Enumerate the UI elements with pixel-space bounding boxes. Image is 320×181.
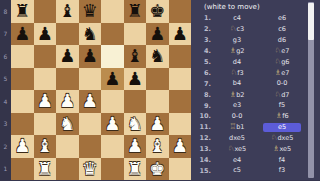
square-g7[interactable]: ♟ <box>146 23 169 46</box>
move-number: 3. <box>193 36 211 44</box>
square-g6[interactable]: ♞ <box>146 45 169 68</box>
rank-label: 6 <box>0 45 11 68</box>
black-pawn: ♟ <box>104 68 120 91</box>
square-c7[interactable] <box>56 23 79 46</box>
white-rook: ♜ <box>127 158 143 181</box>
square-b7[interactable]: ♟ <box>34 23 57 46</box>
figurine-icon: ♗ <box>273 144 280 153</box>
rank-labels: 87654321 <box>0 0 11 180</box>
square-b4[interactable]: ♟ <box>34 90 57 113</box>
figurine-icon: ♘ <box>275 90 282 99</box>
square-h1[interactable] <box>169 158 192 181</box>
black-pawn: ♟ <box>172 23 188 46</box>
white-move[interactable]: c5 <box>218 166 256 175</box>
square-c4[interactable]: ♟ <box>56 90 79 113</box>
black-move[interactable]: ♘dxe5 <box>263 133 301 143</box>
square-b6[interactable] <box>34 45 57 68</box>
square-a3[interactable] <box>11 113 34 136</box>
white-bishop: ♝ <box>149 135 165 158</box>
figurine-icon: ♘ <box>230 24 237 33</box>
black-move[interactable]: f3 <box>263 166 301 175</box>
square-b8[interactable] <box>34 0 57 23</box>
scrollbar-thumb[interactable] <box>308 3 314 40</box>
figurine-icon: ♘ <box>271 133 278 142</box>
square-d5[interactable] <box>79 68 102 91</box>
square-h3[interactable] <box>169 113 192 136</box>
square-e2[interactable] <box>101 135 124 158</box>
white-move[interactable]: ♘xe5 <box>218 144 256 154</box>
square-c1[interactable] <box>56 158 79 181</box>
square-d7[interactable]: ♞ <box>79 23 102 46</box>
move-number: 8. <box>193 91 211 99</box>
square-c2[interactable] <box>56 135 79 158</box>
move-row: 12.dxe5♘dxe5 <box>193 133 320 144</box>
square-h7[interactable]: ♟ <box>169 23 192 46</box>
white-move[interactable]: c4 <box>218 14 256 23</box>
black-move[interactable]: ♗xe5 <box>263 144 301 154</box>
square-e4[interactable] <box>101 90 124 113</box>
black-move[interactable]: ♘g6 <box>263 57 301 67</box>
black-move[interactable]: c6 <box>263 25 301 34</box>
square-d3[interactable] <box>79 113 102 136</box>
white-pawn: ♟ <box>104 113 120 136</box>
black-move[interactable]: ♗e7 <box>263 68 301 78</box>
move-number: 10. <box>193 112 211 120</box>
white-move[interactable]: e3 <box>218 101 256 110</box>
black-move[interactable]: ♘d7 <box>263 90 301 100</box>
black-pawn: ♟ <box>149 23 165 46</box>
white-pawn: ♟ <box>82 90 98 113</box>
black-move[interactable]: f4 <box>263 156 301 165</box>
move-number: 4. <box>193 47 211 55</box>
square-f2[interactable]: ♟ <box>124 135 147 158</box>
move-number: 9. <box>193 102 211 110</box>
figurine-icon: ♘ <box>228 144 235 153</box>
white-pawn: ♟ <box>14 135 30 158</box>
rank-label: 1 <box>0 158 11 181</box>
move-number: 12. <box>193 134 211 142</box>
figurine-icon: ♗ <box>275 68 282 77</box>
black-knight: ♞ <box>149 45 165 68</box>
black-pawn: ♟ <box>59 45 75 68</box>
move-row: 1.c4e6 <box>193 13 320 24</box>
move-number: 7. <box>193 80 211 88</box>
white-move[interactable]: ♖b1 <box>218 122 256 132</box>
side-to-move-header: (white to move) <box>191 0 320 13</box>
move-number: 15. <box>193 167 211 175</box>
rank-label: 3 <box>0 113 11 136</box>
square-e7[interactable] <box>101 23 124 46</box>
square-a8[interactable]: ♜ <box>11 0 34 23</box>
square-d2[interactable] <box>79 135 102 158</box>
square-g8[interactable]: ♚ <box>146 0 169 23</box>
square-d6[interactable]: ♟ <box>79 45 102 68</box>
square-c3[interactable]: ♞ <box>56 113 79 136</box>
move-number: 2. <box>193 25 211 33</box>
black-move[interactable]: e6 <box>263 14 301 23</box>
square-c5[interactable] <box>56 68 79 91</box>
black-bishop: ♝ <box>59 0 75 23</box>
white-move[interactable]: ♗b2 <box>218 90 256 100</box>
black-move[interactable]: e5 <box>263 123 301 132</box>
white-move[interactable]: ♘c3 <box>218 24 256 34</box>
white-knight: ♞ <box>127 113 143 136</box>
white-king: ♚ <box>149 158 165 181</box>
square-e1[interactable] <box>101 158 124 181</box>
square-f1[interactable]: ♜ <box>124 158 147 181</box>
move-number: 11. <box>193 123 211 131</box>
square-d8[interactable]: ♛ <box>79 0 102 23</box>
move-row: 4.♗g2♘e7 <box>193 46 320 57</box>
white-pawn: ♟ <box>37 90 53 113</box>
move-number: 5. <box>193 58 211 66</box>
move-row: 2.♘c3c6 <box>193 24 320 35</box>
square-a6[interactable] <box>11 45 34 68</box>
rank-label: 5 <box>0 68 11 91</box>
figurine-icon: ♗ <box>230 90 237 99</box>
move-number: 6. <box>193 69 211 77</box>
white-move[interactable]: b4 <box>218 79 256 88</box>
white-move[interactable]: e4 <box>218 156 256 165</box>
black-rook: ♜ <box>14 0 30 23</box>
move-row: 7.b40-0 <box>193 78 320 89</box>
black-move[interactable]: f5 <box>263 101 301 110</box>
square-f6[interactable]: ♝ <box>124 45 147 68</box>
square-a5[interactable] <box>11 68 34 91</box>
square-f3[interactable]: ♞ <box>124 113 147 136</box>
move-row: 10.0-0♗f6 <box>193 111 320 122</box>
move-number: 14. <box>193 156 211 164</box>
white-move[interactable]: ♗g2 <box>218 46 256 56</box>
square-c8[interactable]: ♝ <box>56 0 79 23</box>
figurine-icon: ♖ <box>230 122 237 131</box>
square-a1[interactable] <box>11 158 34 181</box>
black-pawn: ♟ <box>127 68 143 91</box>
white-pawn: ♟ <box>172 135 188 158</box>
square-b2[interactable]: ♝ <box>34 135 57 158</box>
white-pawn: ♟ <box>59 90 75 113</box>
white-knight: ♞ <box>59 113 75 136</box>
move-row: 5.d4♘g6 <box>193 57 320 68</box>
square-f8[interactable]: ♜ <box>124 0 147 23</box>
square-h4[interactable] <box>169 90 192 113</box>
figurine-icon: ♘ <box>230 68 237 77</box>
square-c6[interactable]: ♟ <box>56 45 79 68</box>
move-row: 6.♘f3♗e7 <box>193 67 320 78</box>
black-bishop: ♝ <box>127 45 143 68</box>
square-g5[interactable] <box>146 68 169 91</box>
white-pawn: ♟ <box>127 135 143 158</box>
scrollbar-track[interactable] <box>308 2 314 178</box>
move-row: 9.e3f5 <box>193 100 320 111</box>
square-f7[interactable] <box>124 23 147 46</box>
square-f5[interactable]: ♟ <box>124 68 147 91</box>
square-e5[interactable]: ♟ <box>101 68 124 91</box>
square-e6[interactable] <box>101 45 124 68</box>
square-a7[interactable]: ♟ <box>11 23 34 46</box>
square-g2[interactable]: ♝ <box>146 135 169 158</box>
white-rook: ♜ <box>37 158 53 181</box>
square-d4[interactable]: ♟ <box>79 90 102 113</box>
square-f4[interactable] <box>124 90 147 113</box>
chess-app-window: 87654321 ♜♝♛♜♚♟♟♞♟♟♟♟♝♞♟♟♟♟♟♞♟♞♟♟♝♟♝♟♜♛♜… <box>0 0 320 180</box>
figurine-icon: ♘ <box>275 57 282 66</box>
move-row: 3.g3d6 <box>193 35 320 46</box>
black-queen: ♛ <box>82 0 98 23</box>
move-row: 14.e4f4 <box>193 155 320 166</box>
move-number: 13. <box>193 145 211 153</box>
black-knight: ♞ <box>82 23 98 46</box>
square-g4[interactable] <box>146 90 169 113</box>
black-move[interactable]: ♘e7 <box>263 46 301 56</box>
square-d1[interactable]: ♛ <box>79 158 102 181</box>
rank-label: 7 <box>0 23 11 46</box>
black-move[interactable]: ♗f6 <box>263 111 301 121</box>
square-h6[interactable] <box>169 45 192 68</box>
black-pawn: ♟ <box>82 45 98 68</box>
white-queen: ♛ <box>82 158 98 181</box>
rank-label: 8 <box>0 0 11 23</box>
black-move[interactable]: 0-0 <box>263 79 301 88</box>
black-move[interactable]: d6 <box>263 36 301 45</box>
square-e8[interactable] <box>101 0 124 23</box>
white-bishop: ♝ <box>37 135 53 158</box>
move-row: 13.♘xe5♗xe5 <box>193 144 320 155</box>
move-row: 11.♖b1e5 <box>193 122 320 133</box>
square-g3[interactable]: ♟ <box>146 113 169 136</box>
white-move[interactable]: d4 <box>218 58 256 67</box>
square-g1[interactable]: ♚ <box>146 158 169 181</box>
square-a2[interactable]: ♟ <box>11 135 34 158</box>
figurine-icon: ♗ <box>230 46 237 55</box>
white-pawn: ♟ <box>149 113 165 136</box>
white-move[interactable]: dxe5 <box>218 134 256 143</box>
move-list: 1.c4e62.♘c3c63.g3d64.♗g2♘e75.d4♘g66.♘f3♗… <box>191 13 320 176</box>
square-b5[interactable] <box>34 68 57 91</box>
move-row: 8.♗b2♘d7 <box>193 89 320 100</box>
square-b3[interactable] <box>34 113 57 136</box>
move-list-panel: (white to move) 1.c4e62.♘c3c63.g3d64.♗g2… <box>191 0 320 180</box>
square-h5[interactable] <box>169 68 192 91</box>
black-king: ♚ <box>149 0 165 23</box>
square-a4[interactable] <box>11 90 34 113</box>
rank-label: 2 <box>0 135 11 158</box>
square-h2[interactable]: ♟ <box>169 135 192 158</box>
move-number: 1. <box>193 14 211 22</box>
black-rook: ♜ <box>127 0 143 23</box>
square-h8[interactable] <box>169 0 192 23</box>
move-row: 15.c5f3 <box>193 165 320 176</box>
white-move[interactable]: ♘f3 <box>218 68 256 78</box>
black-pawn: ♟ <box>14 23 30 46</box>
chess-board[interactable]: ♜♝♛♜♚♟♟♞♟♟♟♟♝♞♟♟♟♟♟♞♟♞♟♟♝♟♝♟♜♛♜♚ <box>11 0 191 180</box>
black-pawn: ♟ <box>37 23 53 46</box>
white-move[interactable]: g3 <box>218 36 256 45</box>
square-b1[interactable]: ♜ <box>34 158 57 181</box>
figurine-icon: ♗ <box>275 111 282 120</box>
rank-label: 4 <box>0 90 11 113</box>
white-move[interactable]: 0-0 <box>218 112 256 121</box>
square-e3[interactable]: ♟ <box>101 113 124 136</box>
figurine-icon: ♘ <box>275 46 282 55</box>
